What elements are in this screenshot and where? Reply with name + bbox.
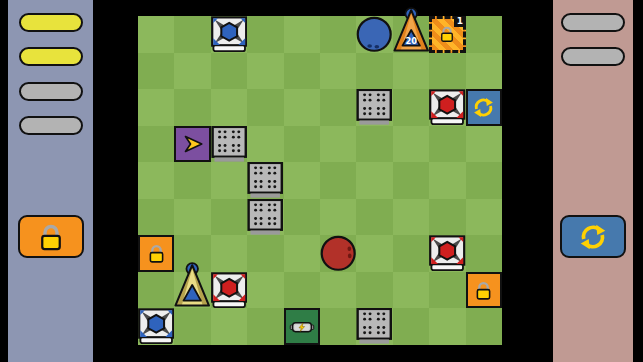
right-item-panel: [553, 0, 633, 362]
game-screen: 20 1: [0, 0, 643, 362]
board-cell[interactable]: [284, 199, 320, 236]
board-cell[interactable]: [284, 89, 320, 126]
battery-icon: [286, 311, 318, 343]
pin-cone-khaki: [174, 262, 210, 308]
board-cell[interactable]: [466, 308, 502, 345]
board-cell[interactable]: [320, 126, 356, 163]
board-cell[interactable]: [138, 126, 174, 163]
indicator-pill: [561, 47, 625, 66]
board-cell[interactable]: [356, 89, 392, 126]
piece-cone-orange[interactable]: 20: [393, 16, 429, 53]
board-cell[interactable]: [356, 235, 392, 272]
board-cell[interactable]: [211, 235, 247, 272]
lock-icon: [473, 280, 494, 301]
board-cell[interactable]: [138, 199, 174, 236]
board-cell[interactable]: [211, 16, 247, 53]
indicator-pill: [19, 116, 83, 135]
board-cell[interactable]: [356, 16, 392, 53]
board-cell[interactable]: [174, 89, 210, 126]
board-cell[interactable]: [320, 199, 356, 236]
locked-cell-count: 1: [454, 16, 465, 27]
lock-icon: [36, 222, 66, 252]
board-cell[interactable]: [247, 126, 283, 163]
rotate-button[interactable]: [560, 215, 626, 258]
board-cell[interactable]: [138, 53, 174, 90]
board-cell[interactable]: [320, 53, 356, 90]
piece-ball-blue[interactable]: [356, 16, 392, 53]
board-cell[interactable]: [356, 199, 392, 236]
piece-crate[interactable]: [247, 199, 283, 236]
board-cell[interactable]: [211, 308, 247, 345]
board-cell[interactable]: [284, 162, 320, 199]
crate: [356, 308, 392, 345]
piece-bumper-red[interactable]: [211, 272, 247, 309]
board-cell[interactable]: [138, 235, 174, 272]
board-cell[interactable]: [320, 308, 356, 345]
piece-lock_tile[interactable]: [466, 272, 502, 309]
piece-locked_cell[interactable]: 1: [429, 16, 465, 53]
bumper-blue-hexagon: [211, 16, 247, 53]
board-cell[interactable]: [429, 89, 465, 126]
board-cell[interactable]: [429, 162, 465, 199]
board-cell[interactable]: [174, 16, 210, 53]
board-cell[interactable]: [393, 199, 429, 236]
board-cell[interactable]: [320, 235, 356, 272]
board-cell[interactable]: [138, 162, 174, 199]
piece-ball-red[interactable]: [320, 235, 356, 272]
board-cell[interactable]: [356, 308, 392, 345]
board-cell[interactable]: [393, 126, 429, 163]
board-cell[interactable]: [429, 126, 465, 163]
board-cell[interactable]: [466, 162, 502, 199]
board-cell[interactable]: 20: [393, 16, 429, 53]
piece-battery_tile[interactable]: [284, 308, 320, 345]
board-cell[interactable]: [211, 126, 247, 163]
piece-crate[interactable]: [211, 126, 247, 163]
board-cell[interactable]: [284, 16, 320, 53]
board-cell[interactable]: [393, 89, 429, 126]
board-cell[interactable]: [429, 272, 465, 309]
piece-crate[interactable]: [247, 162, 283, 199]
board-cell[interactable]: [284, 126, 320, 163]
board-cell[interactable]: [466, 235, 502, 272]
board-cell[interactable]: [211, 199, 247, 236]
piece-bumper-red[interactable]: [429, 89, 465, 126]
board-cell[interactable]: 1: [429, 16, 465, 53]
board-cell[interactable]: [211, 162, 247, 199]
board-cell[interactable]: [211, 89, 247, 126]
board-cell[interactable]: [356, 162, 392, 199]
board-cell[interactable]: [356, 53, 392, 90]
lock-icon: [438, 25, 456, 43]
bumper-red-hexagon: [211, 272, 247, 309]
board-cell[interactable]: [138, 89, 174, 126]
board-cell[interactable]: [393, 308, 429, 345]
board-cell[interactable]: [138, 272, 174, 309]
arrow-right-icon: [178, 129, 208, 159]
board-cell[interactable]: [466, 126, 502, 163]
board-cell[interactable]: [174, 272, 210, 309]
bumper-blue-hexagon: [138, 308, 174, 345]
board-cell[interactable]: [320, 272, 356, 309]
bowling-ball-blue: [356, 16, 392, 53]
board-cell[interactable]: [429, 53, 465, 90]
crate: [247, 162, 283, 199]
board-cell[interactable]: [320, 89, 356, 126]
piece-cone-khaki[interactable]: [174, 272, 210, 309]
board-cell[interactable]: [429, 199, 465, 236]
board-cell[interactable]: [393, 272, 429, 309]
svg-text:20: 20: [405, 35, 417, 45]
board-cell[interactable]: [466, 16, 502, 53]
indicator-pill: [561, 13, 625, 32]
rotate-icon: [578, 222, 608, 252]
indicator-pill: [19, 47, 83, 66]
board-cell[interactable]: [466, 272, 502, 309]
left-item-panel: [8, 0, 93, 362]
board-cell[interactable]: [174, 53, 210, 90]
board-cell[interactable]: [429, 308, 465, 345]
board-cell[interactable]: [429, 235, 465, 272]
board-cell[interactable]: [247, 16, 283, 53]
crate: [247, 199, 283, 236]
bumper-red-hexagon: [429, 89, 465, 126]
indicator-pill: [19, 13, 83, 32]
board-cell[interactable]: [247, 199, 283, 236]
pin-cone-orange: 20: [393, 7, 429, 53]
board-cell[interactable]: [393, 162, 429, 199]
board-cell[interactable]: [284, 272, 320, 309]
board-cell[interactable]: [247, 308, 283, 345]
board-cell[interactable]: [174, 199, 210, 236]
board-cell[interactable]: [211, 272, 247, 309]
board-cell[interactable]: [393, 235, 429, 272]
board-cell[interactable]: [174, 308, 210, 345]
indicator-pill: [19, 82, 83, 101]
board-cell[interactable]: [138, 308, 174, 345]
piece-crate[interactable]: [356, 89, 392, 126]
board-cell[interactable]: [466, 89, 502, 126]
board-cell[interactable]: [320, 162, 356, 199]
board-cell[interactable]: [393, 53, 429, 90]
piece-crate[interactable]: [356, 308, 392, 345]
piece-rotate_tile[interactable]: [466, 89, 502, 126]
piece-arrow_tile[interactable]: [174, 126, 210, 163]
piece-bumper-red[interactable]: [429, 235, 465, 272]
board-cell[interactable]: [174, 162, 210, 199]
bowling-ball-red: [320, 235, 356, 272]
board-cell[interactable]: [466, 53, 502, 90]
lock-button[interactable]: [18, 215, 84, 258]
board-cell[interactable]: [247, 272, 283, 309]
board-cell[interactable]: [356, 126, 392, 163]
piece-bumper-blue[interactable]: [211, 16, 247, 53]
game-board: 20 1: [138, 16, 502, 345]
board-cell[interactable]: [247, 89, 283, 126]
board-cell[interactable]: [174, 126, 210, 163]
board-cell[interactable]: [247, 162, 283, 199]
board-cell[interactable]: [284, 53, 320, 90]
board-cell[interactable]: [284, 235, 320, 272]
board-cell[interactable]: [138, 16, 174, 53]
board-cell[interactable]: [466, 199, 502, 236]
board-cell[interactable]: [356, 272, 392, 309]
board-cell[interactable]: [320, 16, 356, 53]
crate: [356, 89, 392, 126]
bumper-red-hexagon: [429, 235, 465, 272]
board-cell[interactable]: [247, 53, 283, 90]
board-cell[interactable]: [284, 308, 320, 345]
board-cell[interactable]: [247, 235, 283, 272]
board-cell[interactable]: [211, 53, 247, 90]
rotate-icon: [472, 96, 495, 119]
piece-lock_tile[interactable]: [138, 235, 174, 272]
piece-bumper-blue[interactable]: [138, 308, 174, 345]
crate: [211, 126, 247, 163]
lock-icon: [146, 243, 167, 264]
